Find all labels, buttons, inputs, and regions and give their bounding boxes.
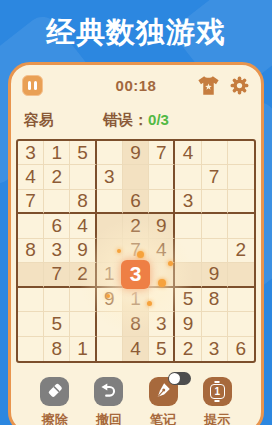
cell-r6c1[interactable] (18, 263, 44, 287)
cell-r9c3[interactable]: 1 (70, 337, 96, 361)
pause-icon (34, 81, 37, 90)
cell-r6c2[interactable]: 7 (44, 263, 70, 287)
cell-r3c3[interactable]: 8 (70, 190, 96, 214)
cell-r3c2[interactable] (44, 190, 70, 214)
board-area: 3159744237786364298397427213991585839814… (16, 139, 256, 363)
cell-r1c7[interactable]: 4 (175, 141, 201, 165)
cell-r3c1[interactable]: 7 (18, 190, 44, 214)
cell-r5c7[interactable] (175, 239, 201, 263)
cell-r4c8[interactable] (202, 214, 228, 238)
cell-r7c5[interactable]: 1 (123, 288, 149, 312)
cell-r9c9[interactable]: 6 (228, 337, 254, 361)
selected-cell-value: 3 (121, 260, 150, 289)
cell-r6c7[interactable] (175, 263, 201, 287)
cell-r7c7[interactable]: 5 (175, 288, 201, 312)
cell-r5c3[interactable]: 9 (70, 239, 96, 263)
cell-r6c3[interactable]: 2 (70, 263, 96, 287)
cell-r8c3[interactable] (70, 312, 96, 336)
notes-toggle[interactable] (168, 372, 191, 385)
pause-icon (28, 81, 31, 90)
theme-shirt-icon[interactable] (197, 75, 220, 96)
cell-r1c5[interactable]: 9 (123, 141, 149, 165)
cell-r8c8[interactable] (202, 312, 228, 336)
cell-r3c7[interactable]: 3 (175, 190, 201, 214)
status-row: 容易 错误：0/3 (11, 111, 261, 131)
cell-r2c2[interactable]: 2 (44, 165, 70, 189)
undo-label: 撤回 (96, 411, 122, 425)
pause-button[interactable] (22, 75, 43, 96)
cell-r5c2[interactable]: 3 (44, 239, 70, 263)
cell-r1c3[interactable]: 5 (70, 141, 96, 165)
cell-r1c6[interactable]: 7 (149, 141, 175, 165)
cell-r1c8[interactable] (202, 141, 228, 165)
cell-r4c6[interactable]: 9 (149, 214, 175, 238)
framed-one-icon: 1 (210, 384, 225, 399)
cell-r9c6[interactable]: 5 (149, 337, 175, 361)
hint-button[interactable]: 1 (203, 377, 232, 406)
undo-arrow-icon (99, 381, 118, 403)
cell-r4c7[interactable] (175, 214, 201, 238)
cell-r2c5[interactable] (123, 165, 149, 189)
erase-button[interactable] (40, 377, 69, 406)
timer: 00:18 (116, 77, 157, 94)
cell-r3c4[interactable] (97, 190, 123, 214)
errors-value: 0/3 (148, 111, 169, 128)
cell-r2c8[interactable]: 7 (202, 165, 228, 189)
cell-r4c5[interactable]: 2 (123, 214, 149, 238)
cell-r4c2[interactable]: 6 (44, 214, 70, 238)
cell-r7c1[interactable] (18, 288, 44, 312)
cell-r2c7[interactable] (175, 165, 201, 189)
cell-r8c4[interactable] (97, 312, 123, 336)
notes-label: 笔记 (150, 411, 176, 425)
cell-r2c6[interactable] (149, 165, 175, 189)
app-title: 经典数独游戏 (0, 0, 272, 53)
cell-r7c8[interactable]: 8 (202, 288, 228, 312)
cell-r1c2[interactable]: 1 (44, 141, 70, 165)
undo-button[interactable] (94, 377, 123, 406)
cell-r7c9[interactable] (228, 288, 254, 312)
cell-r5c9[interactable]: 2 (228, 239, 254, 263)
cell-r9c8[interactable]: 3 (202, 337, 228, 361)
pen-icon (154, 381, 172, 402)
cell-r7c4[interactable]: 9 (97, 288, 123, 312)
tool-erase: 擦除 (40, 377, 69, 425)
cell-r9c2[interactable]: 8 (44, 337, 70, 361)
cell-r9c5[interactable]: 4 (123, 337, 149, 361)
top-bar: 00:18 (11, 74, 261, 96)
cell-r3c6[interactable] (149, 190, 175, 214)
cell-r2c4[interactable]: 3 (97, 165, 123, 189)
cell-r5c6[interactable]: 4 (149, 239, 175, 263)
cell-r8c6[interactable]: 3 (149, 312, 175, 336)
cell-r8c1[interactable] (18, 312, 44, 336)
toolbar: 擦除 撤回 (11, 377, 261, 425)
cell-r4c9[interactable] (228, 214, 254, 238)
hint-label: 提示 (204, 411, 230, 425)
difficulty-label: 容易 (24, 111, 54, 128)
eraser-icon (45, 380, 65, 403)
cell-r3c8[interactable] (202, 190, 228, 214)
game-card: 00:18 (8, 62, 264, 425)
cell-r7c2[interactable] (44, 288, 70, 312)
cell-r1c9[interactable] (228, 141, 254, 165)
settings-gear-icon[interactable] (229, 75, 250, 96)
notes-button[interactable] (149, 377, 178, 406)
cell-r7c3[interactable] (70, 288, 96, 312)
cell-r6c8[interactable]: 9 (202, 263, 228, 287)
cell-r4c3[interactable]: 4 (70, 214, 96, 238)
tool-notes: 笔记 (149, 377, 178, 425)
cell-r4c4[interactable] (97, 214, 123, 238)
tool-undo: 撤回 (94, 377, 123, 425)
cell-r7c6[interactable] (149, 288, 175, 312)
cell-r6c9[interactable] (228, 263, 254, 287)
cell-r4c1[interactable] (18, 214, 44, 238)
cell-r9c1[interactable] (18, 337, 44, 361)
error-counter: 错误：0/3 (103, 111, 169, 130)
cell-r2c3[interactable] (70, 165, 96, 189)
cell-r5c8[interactable] (202, 239, 228, 263)
cell-r5c4[interactable] (97, 239, 123, 263)
cell-r2c9[interactable] (228, 165, 254, 189)
cell-r6c5[interactable]: 3 (123, 263, 149, 287)
cell-r2c1[interactable]: 4 (18, 165, 44, 189)
erase-label: 擦除 (42, 411, 68, 425)
cell-r8c7[interactable]: 9 (175, 312, 201, 336)
cell-r3c5[interactable]: 6 (123, 190, 149, 214)
toggle-knob (169, 373, 180, 384)
cell-r1c4[interactable] (97, 141, 123, 165)
cell-r8c2[interactable]: 5 (44, 312, 70, 336)
errors-label: 错误： (103, 111, 148, 128)
cell-r6c4[interactable]: 1 (97, 263, 123, 287)
cell-r3c9[interactable] (228, 190, 254, 214)
cell-r6c6[interactable] (149, 263, 175, 287)
cell-r5c1[interactable]: 8 (18, 239, 44, 263)
cell-r8c9[interactable] (228, 312, 254, 336)
cell-r9c7[interactable]: 2 (175, 337, 201, 361)
cell-r9c4[interactable] (97, 337, 123, 361)
cell-r1c1[interactable]: 3 (18, 141, 44, 165)
cell-r8c5[interactable]: 8 (123, 312, 149, 336)
tool-hint: 1 提示 (203, 377, 232, 425)
sudoku-grid: 3159744237786364298397427213991585839814… (16, 139, 256, 363)
